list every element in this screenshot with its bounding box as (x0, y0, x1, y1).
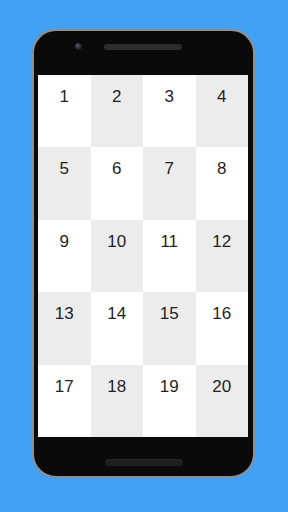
cell-number: 3 (165, 87, 174, 106)
grid-cell-16[interactable]: 16 (196, 292, 249, 364)
app-background: 1234567891011121314151617181920 (0, 0, 288, 512)
phone-screen: 1234567891011121314151617181920 (38, 75, 248, 437)
earpiece-speaker-icon (104, 44, 182, 50)
cell-number: 5 (60, 159, 69, 178)
grid-cell-10[interactable]: 10 (91, 220, 144, 292)
cell-number: 8 (217, 159, 226, 178)
cell-number: 20 (212, 377, 231, 396)
cell-number: 2 (112, 87, 121, 106)
grid-cell-4[interactable]: 4 (196, 75, 249, 147)
cell-number: 18 (107, 377, 126, 396)
grid-cell-15[interactable]: 15 (143, 292, 196, 364)
bottom-speaker-icon (105, 459, 183, 466)
cell-number: 1 (60, 87, 69, 106)
phone-frame: 1234567891011121314151617181920 (32, 29, 255, 478)
grid-cell-8[interactable]: 8 (196, 147, 249, 219)
cell-number: 17 (55, 377, 74, 396)
cell-number: 7 (165, 159, 174, 178)
cell-number: 9 (60, 232, 69, 251)
cell-number: 4 (217, 87, 226, 106)
grid-cell-3[interactable]: 3 (143, 75, 196, 147)
cell-number: 11 (160, 232, 178, 251)
grid-cell-20[interactable]: 20 (196, 365, 249, 437)
grid-cell-19[interactable]: 19 (143, 365, 196, 437)
grid-cell-17[interactable]: 17 (38, 365, 91, 437)
grid-cell-11[interactable]: 11 (143, 220, 196, 292)
cell-number: 15 (160, 304, 179, 323)
front-camera-icon (75, 43, 82, 50)
grid-cell-6[interactable]: 6 (91, 147, 144, 219)
grid-cell-1[interactable]: 1 (38, 75, 91, 147)
cell-number: 6 (112, 159, 121, 178)
cell-number: 19 (160, 377, 179, 396)
cell-number: 14 (107, 304, 126, 323)
grid-cell-18[interactable]: 18 (91, 365, 144, 437)
grid-cell-12[interactable]: 12 (196, 220, 249, 292)
cell-number: 10 (107, 232, 126, 251)
grid-cell-14[interactable]: 14 (91, 292, 144, 364)
grid-cell-7[interactable]: 7 (143, 147, 196, 219)
cell-number: 16 (212, 304, 231, 323)
cell-number: 12 (212, 232, 231, 251)
grid-cell-5[interactable]: 5 (38, 147, 91, 219)
grid-cell-9[interactable]: 9 (38, 220, 91, 292)
number-grid: 1234567891011121314151617181920 (38, 75, 248, 437)
grid-cell-13[interactable]: 13 (38, 292, 91, 364)
cell-number: 13 (55, 304, 74, 323)
grid-cell-2[interactable]: 2 (91, 75, 144, 147)
